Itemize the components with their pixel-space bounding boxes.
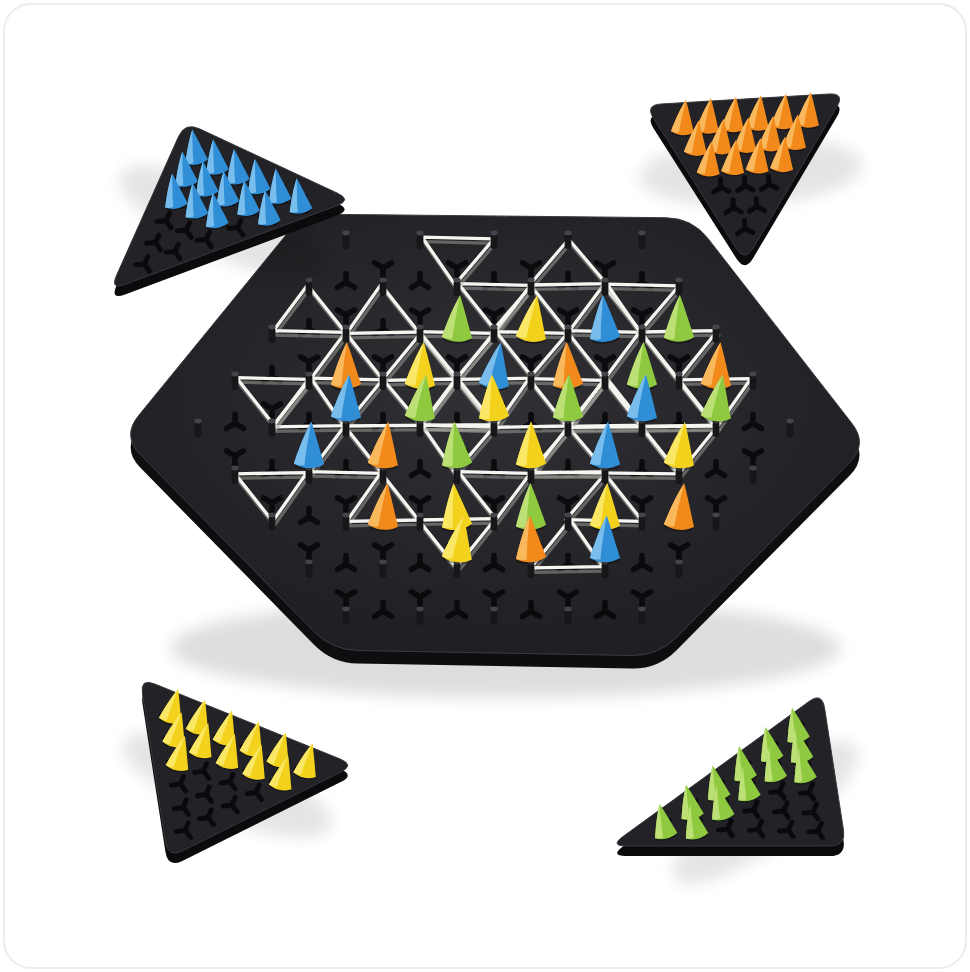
peg <box>379 560 386 578</box>
peg <box>305 278 312 296</box>
peg <box>564 513 571 531</box>
peg <box>638 325 645 343</box>
triggle-scene <box>0 0 970 972</box>
tray-bottom-right <box>617 698 844 856</box>
peg <box>342 513 349 531</box>
peg <box>712 513 719 531</box>
peg <box>527 372 534 390</box>
game-board <box>131 214 860 668</box>
peg <box>416 325 423 343</box>
peg <box>305 560 312 578</box>
peg <box>490 607 497 625</box>
peg <box>194 419 201 437</box>
peg <box>638 513 645 531</box>
peg <box>712 325 719 343</box>
peg <box>416 607 423 625</box>
peg <box>675 372 682 390</box>
peg <box>379 372 386 390</box>
peg <box>342 325 349 343</box>
peg <box>490 231 497 249</box>
peg <box>749 372 756 390</box>
peg <box>342 607 349 625</box>
peg <box>379 278 386 296</box>
peg <box>564 231 571 249</box>
peg <box>601 372 608 390</box>
peg <box>564 325 571 343</box>
peg <box>675 560 682 578</box>
peg <box>305 372 312 390</box>
peg <box>231 372 238 390</box>
peg <box>453 278 460 296</box>
peg <box>527 278 534 296</box>
peg <box>490 325 497 343</box>
peg <box>268 513 275 531</box>
peg <box>564 607 571 625</box>
peg <box>268 419 275 437</box>
peg <box>786 419 793 437</box>
peg <box>268 325 275 343</box>
peg <box>490 513 497 531</box>
peg <box>342 231 349 249</box>
product-photo <box>0 0 970 972</box>
peg <box>231 466 238 484</box>
peg <box>638 607 645 625</box>
peg <box>453 372 460 390</box>
peg <box>416 513 423 531</box>
peg <box>416 231 423 249</box>
peg <box>601 278 608 296</box>
peg <box>749 466 756 484</box>
peg <box>675 278 682 296</box>
peg <box>638 231 645 249</box>
